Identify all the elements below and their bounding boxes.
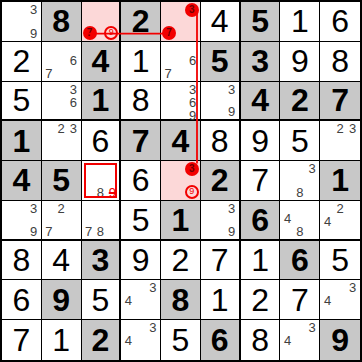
given-digit: 2 xyxy=(291,84,309,116)
empty-slot xyxy=(294,347,306,359)
given-digit: 8 xyxy=(52,5,70,37)
cell-r2c7[interactable]: 3 xyxy=(241,42,281,82)
empty-slot xyxy=(55,96,67,109)
empty-slot xyxy=(281,186,293,199)
empty-slot xyxy=(55,67,67,80)
solved-digit: 9 xyxy=(132,244,150,276)
cell-r7c6[interactable]: 7 xyxy=(201,241,241,281)
cell-r7c2[interactable]: 4 xyxy=(42,241,82,281)
pencil-mark: 2 xyxy=(55,202,67,215)
pencil-mark: 9 xyxy=(226,225,238,238)
empty-slot xyxy=(135,334,147,347)
cell-r8c4[interactable]: 34 xyxy=(121,280,161,320)
cell-r5c2[interactable]: 5 xyxy=(42,161,82,201)
pencil-mark: 6 xyxy=(67,96,79,109)
cell-r6c1[interactable]: 39 xyxy=(2,201,42,241)
empty-slot xyxy=(15,225,27,238)
given-digit: 4 xyxy=(12,164,30,196)
solved-digit: 1 xyxy=(132,45,150,77)
cell-r3c5[interactable]: 369 xyxy=(161,82,201,122)
cell-r7c9[interactable]: 5 xyxy=(320,241,360,281)
empty-slot xyxy=(135,281,147,294)
empty-slot xyxy=(185,26,199,40)
pencil-mark: 9 xyxy=(28,27,40,40)
empty-slot xyxy=(104,3,118,14)
cell-r6c2[interactable]: 27 xyxy=(42,201,82,241)
empty-slot xyxy=(334,228,347,238)
solved-digit: 5 xyxy=(132,204,150,236)
empty-slot xyxy=(162,83,174,96)
solved-digit: 9 xyxy=(251,125,269,157)
empty-slot xyxy=(43,147,55,159)
empty-slot xyxy=(97,26,105,40)
empty-slot xyxy=(67,67,79,80)
given-digit: 2 xyxy=(211,164,229,196)
empty-slot xyxy=(122,307,134,318)
cell-r2c4[interactable]: 1 xyxy=(121,42,161,82)
empty-slot xyxy=(162,109,174,122)
solved-digit: 5 xyxy=(291,125,309,157)
empty-slot xyxy=(106,162,118,174)
chain-node-filled-circle: 7 xyxy=(83,26,97,40)
cell-r9c1[interactable]: 7 xyxy=(2,320,42,360)
cell-r2c6[interactable]: 5 xyxy=(201,42,241,82)
pencil-mark: 7 xyxy=(162,67,174,80)
empty-slot xyxy=(294,162,306,175)
cell-r5c7[interactable]: 7 xyxy=(241,161,281,201)
cell-r3c3[interactable]: 1 xyxy=(82,82,122,122)
empty-slot xyxy=(202,83,214,96)
cell-r7c3[interactable]: 3 xyxy=(82,241,122,281)
cell-r8c8[interactable]: 7 xyxy=(280,280,320,320)
empty-slot xyxy=(214,215,226,225)
eliminated-candidate: 9 xyxy=(106,186,118,199)
empty-slot xyxy=(294,202,306,212)
empty-slot xyxy=(83,14,97,25)
pencil-mark: 2 xyxy=(55,122,67,135)
pencil-mark: 8 xyxy=(94,186,106,199)
cell-r4c9[interactable]: 23 xyxy=(320,121,360,161)
solved-digit: 8 xyxy=(211,125,229,157)
given-digit: 4 xyxy=(251,84,269,116)
pencil-grid: 36 xyxy=(42,82,81,120)
pencil-grid: 24 xyxy=(320,201,360,239)
cell-r3c2[interactable]: 36 xyxy=(42,82,82,122)
empty-slot xyxy=(174,96,186,109)
pencil-grid: 67 xyxy=(161,42,200,81)
pencil-mark: 4 xyxy=(281,212,293,225)
solved-digit: 7 xyxy=(211,244,229,276)
cell-r9c8[interactable]: 34 xyxy=(280,320,320,360)
pencil-grid: 34 xyxy=(280,320,319,360)
pencil-grid: 34 xyxy=(121,280,160,319)
pencil-mark: 3 xyxy=(28,202,40,215)
cell-r9c4[interactable]: 34 xyxy=(121,320,161,360)
solved-digit: 6 xyxy=(132,164,150,196)
cell-r2c9[interactable]: 8 xyxy=(320,42,360,82)
empty-slot xyxy=(43,83,55,96)
given-digit: 5 xyxy=(52,164,70,196)
solved-digit: 6 xyxy=(12,284,30,316)
empty-slot xyxy=(55,54,67,67)
solved-digit: 1 xyxy=(291,5,309,37)
empty-slot xyxy=(83,213,95,224)
empty-slot xyxy=(135,321,147,334)
solved-digit: 9 xyxy=(291,45,309,77)
given-digit: 9 xyxy=(331,324,349,356)
empty-slot xyxy=(202,105,214,118)
cell-r8c2[interactable]: 9 xyxy=(42,280,82,320)
pencil-mark: 2 xyxy=(334,122,347,135)
empty-slot xyxy=(346,228,359,238)
pencil-mark: 4 xyxy=(281,334,293,347)
empty-slot xyxy=(187,43,199,54)
empty-slot xyxy=(55,215,67,225)
empty-slot xyxy=(321,135,334,147)
solved-digit: 2 xyxy=(172,244,190,276)
solved-digit: 6 xyxy=(331,5,349,37)
empty-slot xyxy=(67,147,79,159)
empty-slot xyxy=(214,202,226,215)
cell-r5c4[interactable]: 6 xyxy=(121,161,161,201)
empty-slot xyxy=(43,122,55,135)
solved-digit: 2 xyxy=(12,45,30,77)
empty-slot xyxy=(3,215,15,225)
empty-slot xyxy=(94,213,106,224)
cell-r6c4[interactable]: 5 xyxy=(121,201,161,241)
empty-slot xyxy=(306,347,318,359)
empty-slot xyxy=(15,27,27,40)
cell-r3c9[interactable]: 7 xyxy=(320,82,360,122)
cell-r6c7[interactable]: 6 xyxy=(241,201,281,241)
empty-slot xyxy=(3,225,15,238)
cell-r3c1[interactable]: 5 xyxy=(2,82,42,122)
empty-slot xyxy=(122,347,134,359)
empty-slot xyxy=(55,83,67,96)
empty-slot xyxy=(147,334,159,347)
empty-slot xyxy=(202,96,214,106)
empty-slot xyxy=(294,334,306,347)
empty-slot xyxy=(43,135,55,147)
cell-r6c5[interactable]: 1 xyxy=(161,201,201,241)
cell-r5c3[interactable]: 89 xyxy=(82,161,122,201)
empty-slot xyxy=(135,294,147,307)
empty-slot xyxy=(55,109,67,119)
cell-r5c6[interactable]: 2 xyxy=(201,161,241,201)
pencil-mark: 7 xyxy=(43,67,55,80)
empty-slot xyxy=(162,162,173,176)
empty-slot xyxy=(3,16,15,27)
empty-slot xyxy=(15,215,27,225)
cell-r6c9[interactable]: 24 xyxy=(320,201,360,241)
cell-r6c8[interactable]: 48 xyxy=(280,201,320,241)
cell-r7c1[interactable]: 8 xyxy=(2,241,42,281)
given-digit: 2 xyxy=(92,324,110,356)
empty-slot xyxy=(83,174,95,186)
cell-r7c4[interactable]: 9 xyxy=(121,241,161,281)
empty-slot xyxy=(346,135,359,147)
pencil-mark: 8 xyxy=(294,225,306,238)
pencil-mark: 3 xyxy=(67,122,79,135)
cell-r8c3[interactable]: 5 xyxy=(82,280,122,320)
given-digit: 1 xyxy=(12,125,30,157)
cell-r7c7[interactable]: 1 xyxy=(241,241,281,281)
cell-r4c2[interactable]: 23 xyxy=(42,121,82,161)
pencil-mark: 3 xyxy=(226,202,238,215)
solved-digit: 5 xyxy=(92,284,110,316)
cell-r4c7[interactable]: 9 xyxy=(241,121,281,161)
empty-slot xyxy=(97,14,105,25)
sudoku-app: 3987923745162674167539853618369394271236… xyxy=(0,0,362,362)
empty-slot xyxy=(174,43,186,54)
empty-slot xyxy=(67,202,79,215)
empty-slot xyxy=(185,176,199,185)
given-digit: 8 xyxy=(172,284,190,316)
empty-slot xyxy=(135,307,147,318)
empty-slot xyxy=(214,225,226,238)
cell-r5c1[interactable]: 4 xyxy=(2,161,42,201)
cell-r9c6[interactable]: 6 xyxy=(201,320,241,360)
empty-slot xyxy=(3,202,15,215)
cell-r1c9[interactable]: 6 xyxy=(320,2,360,42)
pencil-mark: 4 xyxy=(122,294,134,307)
given-digit: 2 xyxy=(132,5,150,37)
cell-r5c5[interactable]: 39 xyxy=(161,161,201,201)
chain-node-filled-circle: 7 xyxy=(162,26,176,40)
pencil-mark: 3 xyxy=(28,3,40,16)
solved-digit: 5 xyxy=(12,84,30,116)
cell-r1c2[interactable]: 8 xyxy=(42,2,82,42)
empty-slot xyxy=(55,147,67,159)
cell-r4c3[interactable]: 6 xyxy=(82,121,122,161)
pencil-grid: 39 xyxy=(201,82,239,120)
empty-slot xyxy=(334,281,347,294)
cell-r3c4[interactable]: 8 xyxy=(121,82,161,122)
cell-r5c9[interactable]: 1 xyxy=(320,161,360,201)
empty-slot xyxy=(15,16,27,27)
empty-slot xyxy=(346,215,359,228)
chain-node-filled-circle: 3 xyxy=(185,162,199,176)
empty-slot xyxy=(43,43,55,54)
empty-slot xyxy=(43,109,55,119)
empty-slot xyxy=(162,54,174,67)
empty-slot xyxy=(306,334,318,347)
empty-slot xyxy=(135,347,147,359)
cell-r8c1[interactable]: 6 xyxy=(2,280,42,320)
empty-slot xyxy=(67,225,79,238)
empty-slot xyxy=(321,202,334,215)
empty-slot xyxy=(55,43,67,54)
cell-r7c5[interactable]: 2 xyxy=(161,241,201,281)
empty-slot xyxy=(281,162,293,175)
empty-slot xyxy=(173,185,184,199)
pencil-mark: 3 xyxy=(306,162,318,175)
cell-r9c7[interactable]: 8 xyxy=(241,320,281,360)
empty-slot xyxy=(162,17,176,26)
cell-r7c8[interactable]: 6 xyxy=(280,241,320,281)
cell-r1c4[interactable]: 2 xyxy=(121,2,161,42)
cell-r9c5[interactable]: 5 xyxy=(161,320,201,360)
empty-slot xyxy=(202,202,214,215)
solved-digit: 6 xyxy=(92,125,110,157)
pencil-grid: 78 xyxy=(82,201,120,239)
empty-slot xyxy=(346,307,359,318)
cell-r9c2[interactable]: 1 xyxy=(42,320,82,360)
empty-slot xyxy=(334,307,347,318)
solved-digit: 5 xyxy=(331,244,349,276)
given-digit: 7 xyxy=(331,84,349,116)
cell-r2c1[interactable]: 2 xyxy=(2,42,42,82)
solved-digit: 8 xyxy=(251,324,269,356)
given-digit: 3 xyxy=(92,244,110,276)
empty-slot xyxy=(202,225,214,238)
cell-r4c8[interactable]: 5 xyxy=(280,121,320,161)
empty-slot xyxy=(281,347,293,359)
cell-r1c5[interactable]: 37 xyxy=(161,2,201,42)
solved-digit: 4 xyxy=(52,244,70,276)
empty-slot xyxy=(174,54,186,67)
empty-slot xyxy=(202,215,214,225)
pencil-mark: 8 xyxy=(94,225,106,238)
pencil-grid: 39 xyxy=(2,2,41,41)
given-digit: 1 xyxy=(172,204,190,236)
cell-r9c9[interactable]: 9 xyxy=(320,320,360,360)
chain-node-open-circle: 9 xyxy=(185,185,199,199)
pencil-mark: 7 xyxy=(43,225,55,238)
pencil-mark: 3 xyxy=(346,122,359,135)
cell-r1c6[interactable]: 4 xyxy=(201,2,241,42)
pencil-mark: 3 xyxy=(147,321,159,334)
cell-r9c3[interactable]: 2 xyxy=(82,320,122,360)
cell-r4c1[interactable]: 1 xyxy=(2,121,42,161)
empty-slot xyxy=(162,185,173,199)
pencil-grid: 34 xyxy=(320,280,360,319)
pencil-grid: 67 xyxy=(42,42,81,81)
empty-slot xyxy=(321,122,334,135)
empty-slot xyxy=(67,135,79,147)
chain-node-filled-circle: 3 xyxy=(185,3,199,17)
given-digit: 6 xyxy=(251,204,269,236)
cell-r1c8[interactable]: 1 xyxy=(280,2,320,42)
empty-slot xyxy=(162,43,174,54)
pencil-grid: 39 xyxy=(2,201,41,239)
cell-r8c7[interactable]: 2 xyxy=(241,280,281,320)
empty-slot xyxy=(176,17,185,26)
empty-slot xyxy=(306,186,318,199)
solved-digit: 8 xyxy=(12,244,30,276)
cell-r1c3[interactable]: 79 xyxy=(82,2,122,42)
pencil-grid: 79 xyxy=(82,2,120,41)
cell-r2c3[interactable]: 4 xyxy=(82,42,122,82)
pencil-mark: 9 xyxy=(226,105,238,118)
empty-slot xyxy=(67,215,79,225)
solved-digit: 1 xyxy=(251,244,269,276)
cell-r4c4[interactable]: 7 xyxy=(121,121,161,161)
cell-r6c3[interactable]: 78 xyxy=(82,201,122,241)
cell-r3c8[interactable]: 2 xyxy=(280,82,320,122)
empty-slot xyxy=(306,225,318,238)
pencil-grid: 38 xyxy=(280,161,319,200)
empty-slot xyxy=(334,215,347,228)
empty-slot xyxy=(97,3,105,14)
given-digit: 5 xyxy=(251,5,269,37)
pencil-mark: 3 xyxy=(187,83,199,96)
cell-r6c6[interactable]: 39 xyxy=(201,201,241,241)
empty-slot xyxy=(67,43,79,54)
empty-slot xyxy=(162,3,176,17)
pencil-grid: 34 xyxy=(121,320,160,360)
cell-r5c8[interactable]: 38 xyxy=(280,161,320,201)
pencil-mark: 3 xyxy=(346,281,359,294)
empty-slot xyxy=(334,147,347,159)
cell-r1c7[interactable]: 5 xyxy=(241,2,281,42)
empty-slot xyxy=(106,225,118,238)
cell-r8c5[interactable]: 8 xyxy=(161,280,201,320)
empty-slot xyxy=(174,67,186,80)
empty-slot xyxy=(67,109,79,119)
cell-r3c6[interactable]: 39 xyxy=(201,82,241,122)
empty-slot xyxy=(176,26,185,40)
pencil-mark: 6 xyxy=(187,96,199,109)
given-digit: 1 xyxy=(331,164,349,196)
empty-slot xyxy=(55,135,67,147)
solved-digit: 8 xyxy=(331,45,349,77)
given-digit: 6 xyxy=(211,324,229,356)
cell-r2c5[interactable]: 67 xyxy=(161,42,201,82)
empty-slot xyxy=(15,202,27,215)
cell-r8c6[interactable]: 1 xyxy=(201,280,241,320)
cell-r2c8[interactable]: 9 xyxy=(280,42,320,82)
empty-slot xyxy=(83,202,95,213)
cell-r1c1[interactable]: 39 xyxy=(2,2,42,42)
cell-r4c6[interactable]: 8 xyxy=(201,121,241,161)
empty-slot xyxy=(3,3,15,16)
empty-slot xyxy=(162,176,173,185)
cell-r3c7[interactable]: 4 xyxy=(241,82,281,122)
solved-digit: 7 xyxy=(12,324,30,356)
given-digit: 3 xyxy=(251,45,269,77)
empty-slot xyxy=(306,212,318,225)
pencil-grid: 89 xyxy=(82,161,120,200)
empty-slot xyxy=(83,3,97,14)
pencil-mark: 3 xyxy=(147,281,159,294)
pencil-grid: 369 xyxy=(161,82,200,120)
empty-slot xyxy=(294,321,306,334)
given-digit: 4 xyxy=(172,125,190,157)
pencil-grid: 23 xyxy=(42,121,81,160)
empty-slot xyxy=(43,96,55,109)
cell-r8c9[interactable]: 34 xyxy=(320,280,360,320)
empty-slot xyxy=(334,294,347,307)
pencil-mark: 8 xyxy=(294,186,306,199)
sudoku-board: 3987923745162674167539853618369394271236… xyxy=(0,0,362,362)
pencil-mark: 6 xyxy=(67,54,79,67)
cell-r2c2[interactable]: 67 xyxy=(42,42,82,82)
empty-slot xyxy=(3,27,15,40)
empty-slot xyxy=(346,202,359,215)
solved-digit: 1 xyxy=(211,284,229,316)
pencil-mark: 3 xyxy=(306,321,318,334)
pencil-grid: 37 xyxy=(161,2,200,41)
solved-digit: 5 xyxy=(172,324,190,356)
empty-slot xyxy=(346,147,359,159)
cell-r4c5[interactable]: 4 xyxy=(161,121,201,161)
pencil-grid: 27 xyxy=(42,201,81,239)
empty-slot xyxy=(94,162,106,174)
solved-digit: 7 xyxy=(251,164,269,196)
empty-slot xyxy=(176,3,185,17)
empty-slot xyxy=(173,162,184,176)
